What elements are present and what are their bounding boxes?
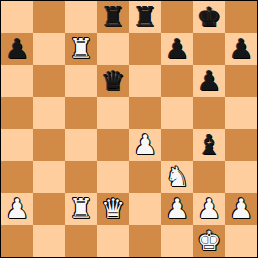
white-pawn[interactable]: ♟ [133,129,157,161]
square-b8[interactable] [33,1,65,33]
square-h7[interactable]: ♟ [225,33,257,65]
black-rook[interactable]: ♜ [133,1,157,33]
square-c2[interactable]: ♜ [65,193,97,225]
square-f3[interactable]: ♞ [161,161,193,193]
square-h1[interactable] [225,225,257,257]
square-a4[interactable] [1,129,33,161]
black-rook[interactable]: ♜ [101,1,125,33]
square-e6[interactable] [129,65,161,97]
square-g6[interactable]: ♟ [193,65,225,97]
square-g2[interactable]: ♟ [193,193,225,225]
white-rook[interactable]: ♜ [69,33,93,65]
square-g8[interactable]: ♚ [193,1,225,33]
square-e7[interactable] [129,33,161,65]
square-c5[interactable] [65,97,97,129]
white-pawn[interactable]: ♟ [229,193,253,225]
square-e4[interactable]: ♟ [129,129,161,161]
square-h8[interactable] [225,1,257,33]
square-a7[interactable]: ♟ [1,33,33,65]
square-a1[interactable] [1,225,33,257]
square-a8[interactable] [1,1,33,33]
square-a3[interactable] [1,161,33,193]
square-c6[interactable] [65,65,97,97]
white-pawn[interactable]: ♟ [5,193,29,225]
white-rook[interactable]: ♜ [69,193,93,225]
square-d3[interactable] [97,161,129,193]
square-d5[interactable] [97,97,129,129]
white-pawn[interactable]: ♟ [165,193,189,225]
square-e5[interactable] [129,97,161,129]
black-queen[interactable]: ♛ [101,65,125,97]
square-c7[interactable]: ♜ [65,33,97,65]
square-f8[interactable] [161,1,193,33]
square-g5[interactable] [193,97,225,129]
square-e3[interactable] [129,161,161,193]
square-f4[interactable] [161,129,193,161]
square-g1[interactable]: ♚ [193,225,225,257]
square-d7[interactable] [97,33,129,65]
square-b4[interactable] [33,129,65,161]
square-c4[interactable] [65,129,97,161]
square-b2[interactable] [33,193,65,225]
square-d6[interactable]: ♛ [97,65,129,97]
square-e1[interactable] [129,225,161,257]
square-a5[interactable] [1,97,33,129]
square-g7[interactable] [193,33,225,65]
square-h2[interactable]: ♟ [225,193,257,225]
square-f1[interactable] [161,225,193,257]
square-f5[interactable] [161,97,193,129]
square-d8[interactable]: ♜ [97,1,129,33]
black-bishop[interactable]: ♝ [197,129,221,161]
black-pawn[interactable]: ♟ [5,33,29,65]
white-knight[interactable]: ♞ [165,161,189,193]
square-b1[interactable] [33,225,65,257]
square-d2[interactable]: ♛ [97,193,129,225]
black-pawn[interactable]: ♟ [229,33,253,65]
square-b3[interactable] [33,161,65,193]
square-g3[interactable] [193,161,225,193]
square-h4[interactable] [225,129,257,161]
square-b5[interactable] [33,97,65,129]
square-h5[interactable] [225,97,257,129]
square-c8[interactable] [65,1,97,33]
black-king[interactable]: ♚ [197,1,221,33]
square-f6[interactable] [161,65,193,97]
square-h6[interactable] [225,65,257,97]
square-b6[interactable] [33,65,65,97]
square-f2[interactable]: ♟ [161,193,193,225]
square-c1[interactable] [65,225,97,257]
white-pawn[interactable]: ♟ [197,193,221,225]
black-pawn[interactable]: ♟ [165,33,189,65]
white-queen[interactable]: ♛ [101,193,125,225]
square-d4[interactable] [97,129,129,161]
square-f7[interactable]: ♟ [161,33,193,65]
square-e2[interactable] [129,193,161,225]
square-d1[interactable] [97,225,129,257]
square-a6[interactable] [1,65,33,97]
board-frame: ♜♜♚♟♜♟♟♛♟♟♝♞♟♜♛♟♟♟♚ [0,0,258,258]
black-pawn[interactable]: ♟ [197,65,221,97]
square-c3[interactable] [65,161,97,193]
square-e8[interactable]: ♜ [129,1,161,33]
square-g4[interactable]: ♝ [193,129,225,161]
square-b7[interactable] [33,33,65,65]
square-h3[interactable] [225,161,257,193]
chess-board: ♜♜♚♟♜♟♟♛♟♟♝♞♟♜♛♟♟♟♚ [1,1,257,257]
white-king[interactable]: ♚ [197,225,221,257]
square-a2[interactable]: ♟ [1,193,33,225]
